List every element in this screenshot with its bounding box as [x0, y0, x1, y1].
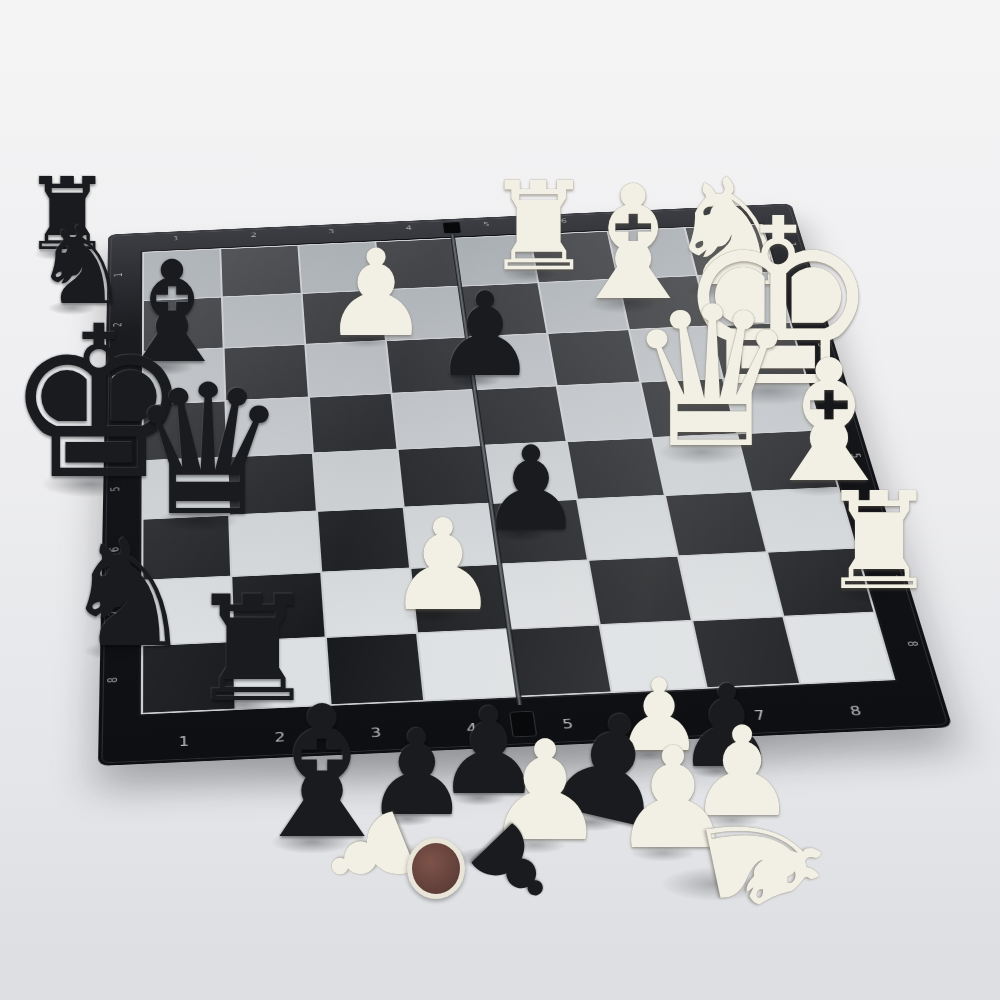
pawn-felt-pad: [412, 843, 460, 894]
rook-glyph: ♜: [819, 475, 939, 609]
pawn-felt-base: [407, 838, 465, 899]
knight-glyph: ♞: [62, 520, 195, 668]
pawn-glyph: ♟: [322, 234, 430, 354]
pawn-glyph: ♟: [433, 277, 537, 393]
pieces-layer: ♜♞♝♟♜♝♞♟♚♛♚♛♝♟♜♞♜♟♝♟♟♟♟♟♟♟♟♟♟♞: [0, 0, 1000, 1000]
pawn-glyph: ♟: [387, 503, 500, 629]
knight-glyph: ♞: [678, 780, 850, 941]
